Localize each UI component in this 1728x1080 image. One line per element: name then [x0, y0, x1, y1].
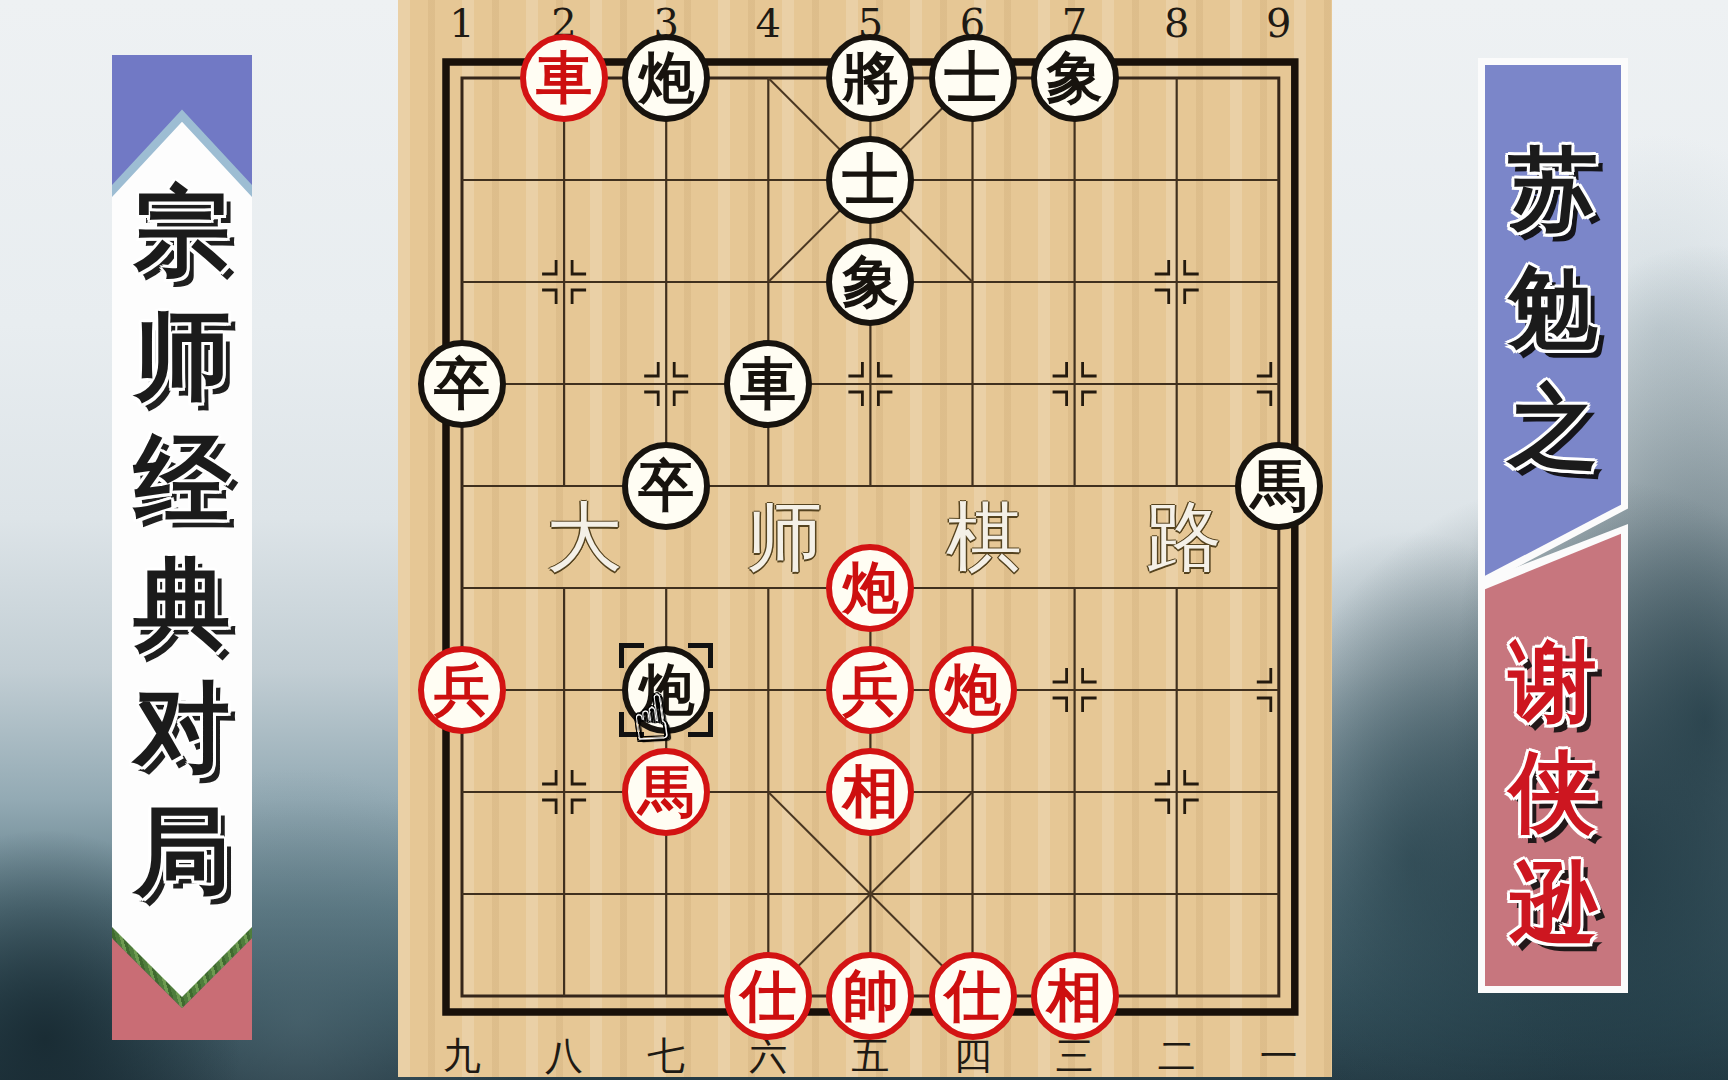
- board-point: 馬: [615, 741, 717, 843]
- piece-black-elephant-a[interactable]: 象: [1031, 34, 1119, 122]
- piece-glyph: 兵: [842, 661, 898, 720]
- piece-glyph: 將: [842, 49, 898, 108]
- page-background: 123456789九八七六五四三二一 大师棋路 車炮將士象士象卒車卒馬炮兵炮☝兵…: [0, 0, 1728, 1080]
- piece-red-advisor-b[interactable]: 仕: [929, 952, 1017, 1040]
- piece-grid[interactable]: 車炮將士象士象卒車卒馬炮兵炮☝兵炮馬相仕帥仕相: [411, 27, 1330, 1047]
- piece-glyph: 炮: [842, 559, 898, 618]
- board-point: 卒: [411, 333, 513, 435]
- banner-char: 谢: [1509, 638, 1597, 726]
- board-point: 將: [819, 27, 921, 129]
- piece-red-advisor-a[interactable]: 仕: [724, 952, 812, 1040]
- banner-char: 典: [134, 555, 231, 652]
- piece-red-elephant-a[interactable]: 相: [826, 748, 914, 836]
- left-banner-text: 宗 师 经 典 对 局: [112, 183, 252, 900]
- board-point: 車: [717, 333, 819, 435]
- board-point: 象: [1024, 27, 1126, 129]
- board-point: 相: [1024, 945, 1126, 1047]
- piece-glyph: 象: [842, 253, 898, 312]
- board-point: 帥: [819, 945, 921, 1047]
- xiangqi-board[interactable]: 123456789九八七六五四三二一 大师棋路 車炮將士象士象卒車卒馬炮兵炮☝兵…: [398, 0, 1332, 1077]
- piece-red-soldier-a[interactable]: 兵: [418, 646, 506, 734]
- piece-glyph: 車: [740, 355, 796, 414]
- banner-char: 苏: [1508, 144, 1598, 234]
- board-point: 炮☝: [615, 639, 717, 741]
- piece-black-advisor-b[interactable]: 士: [826, 136, 914, 224]
- piece-red-elephant-b[interactable]: 相: [1031, 952, 1119, 1040]
- piece-red-cannon-b[interactable]: 炮: [929, 646, 1017, 734]
- board-point: 炮: [819, 537, 921, 639]
- piece-glyph: 相: [1047, 967, 1103, 1026]
- piece-red-cannon-a[interactable]: 炮: [826, 544, 914, 632]
- piece-glyph: 仕: [945, 967, 1001, 1026]
- piece-glyph: 車: [536, 49, 592, 108]
- piece-glyph: 仕: [740, 967, 796, 1026]
- banner-char: 侠: [1509, 748, 1597, 836]
- board-point: 象: [819, 231, 921, 333]
- piece-black-horse[interactable]: 馬: [1235, 442, 1323, 530]
- piece-glyph: 卒: [434, 355, 490, 414]
- piece-glyph: 象: [1047, 49, 1103, 108]
- banner-char: 宗: [134, 183, 231, 280]
- piece-glyph: 炮: [638, 49, 694, 108]
- piece-black-chariot[interactable]: 車: [724, 340, 812, 428]
- piece-glyph: 士: [945, 49, 1001, 108]
- board-point: 兵: [819, 639, 921, 741]
- left-title-banner: 宗 师 经 典 对 局: [112, 55, 252, 1040]
- piece-black-cannon-b[interactable]: 炮☝: [622, 646, 710, 734]
- board-point: 車: [513, 27, 615, 129]
- piece-black-cannon-a[interactable]: 炮: [622, 34, 710, 122]
- piece-black-soldier-a[interactable]: 卒: [418, 340, 506, 428]
- board-point: 卒: [615, 435, 717, 537]
- player-name-bottom: 谢 侠 逊: [1478, 638, 1628, 946]
- piece-black-elephant-b[interactable]: 象: [826, 238, 914, 326]
- piece-glyph: 相: [842, 763, 898, 822]
- piece-black-general[interactable]: 將: [826, 34, 914, 122]
- piece-glyph: 卒: [638, 457, 694, 516]
- board-point: 仕: [717, 945, 819, 1047]
- banner-char: 局: [134, 803, 231, 900]
- piece-red-chariot[interactable]: 車: [520, 34, 608, 122]
- board-point: 兵: [411, 639, 513, 741]
- board-point: 相: [819, 741, 921, 843]
- banner-char: 经: [134, 431, 231, 528]
- piece-glyph: 馬: [1251, 457, 1307, 516]
- piece-black-soldier-b[interactable]: 卒: [622, 442, 710, 530]
- board-point: 炮: [615, 27, 717, 129]
- player-banner-black-side: 苏 勉 之: [1478, 58, 1628, 588]
- piece-red-soldier-b[interactable]: 兵: [826, 646, 914, 734]
- piece-black-advisor-a[interactable]: 士: [929, 34, 1017, 122]
- banner-char: 勉: [1508, 263, 1598, 353]
- board-point: 士: [819, 129, 921, 231]
- piece-red-general[interactable]: 帥: [826, 952, 914, 1040]
- banner-char: 师: [134, 307, 231, 404]
- piece-red-horse[interactable]: 馬: [622, 748, 710, 836]
- board-point: 仕: [921, 945, 1023, 1047]
- banner-char: 之: [1508, 382, 1598, 472]
- piece-glyph: 兵: [434, 661, 490, 720]
- banner-char: 逊: [1509, 858, 1597, 946]
- player-banner-red-side: 谢 侠 逊: [1478, 524, 1628, 993]
- board-point: 炮: [921, 639, 1023, 741]
- banner-char: 对: [134, 679, 231, 776]
- board-point: 馬: [1228, 435, 1330, 537]
- piece-glyph: 士: [842, 151, 898, 210]
- player-name-top: 苏 勉 之: [1478, 144, 1628, 472]
- piece-glyph: 馬: [638, 763, 694, 822]
- piece-glyph: 炮: [945, 661, 1001, 720]
- piece-glyph: 帥: [842, 967, 898, 1026]
- board-point: 士: [921, 27, 1023, 129]
